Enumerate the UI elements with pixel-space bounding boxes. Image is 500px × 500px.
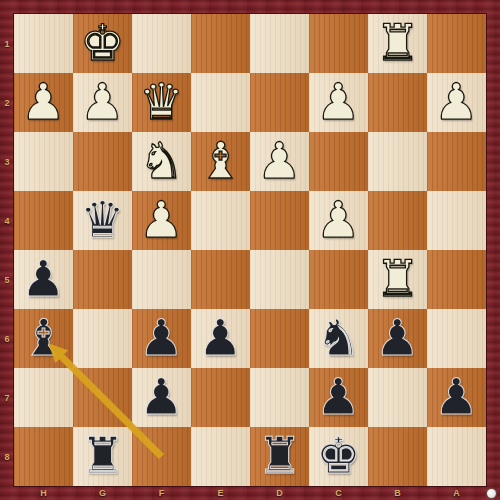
piece-black-pawn[interactable]: ♟ bbox=[139, 368, 184, 427]
piece-white-rook[interactable]: ♜ bbox=[375, 14, 420, 73]
square-c2[interactable]: ♟ bbox=[309, 73, 368, 132]
square-d2[interactable] bbox=[250, 73, 309, 132]
square-g8[interactable]: ♜ bbox=[73, 427, 132, 486]
square-c7[interactable]: ♟ bbox=[309, 368, 368, 427]
square-h7[interactable] bbox=[14, 368, 73, 427]
square-a5[interactable] bbox=[427, 250, 486, 309]
rank-label-5: 5 bbox=[0, 275, 14, 285]
rank-label-7: 7 bbox=[0, 393, 14, 403]
square-e4[interactable] bbox=[191, 191, 250, 250]
square-e6[interactable]: ♟ bbox=[191, 309, 250, 368]
square-c5[interactable] bbox=[309, 250, 368, 309]
square-h4[interactable] bbox=[14, 191, 73, 250]
square-a3[interactable] bbox=[427, 132, 486, 191]
square-b2[interactable] bbox=[368, 73, 427, 132]
piece-black-pawn[interactable]: ♟ bbox=[434, 368, 479, 427]
file-label-f: F bbox=[132, 487, 191, 500]
piece-white-pawn[interactable]: ♟ bbox=[316, 191, 361, 250]
square-b7[interactable] bbox=[368, 368, 427, 427]
square-e2[interactable] bbox=[191, 73, 250, 132]
square-h8[interactable] bbox=[14, 427, 73, 486]
piece-white-pawn[interactable]: ♟ bbox=[21, 73, 66, 132]
square-f6[interactable]: ♟ bbox=[132, 309, 191, 368]
piece-white-king[interactable]: ♚ bbox=[80, 14, 125, 73]
piece-black-knight[interactable]: ♞ bbox=[316, 309, 361, 368]
square-g6[interactable] bbox=[73, 309, 132, 368]
square-e3[interactable]: ♝ bbox=[191, 132, 250, 191]
square-f2[interactable]: ♛ bbox=[132, 73, 191, 132]
square-h2[interactable]: ♟ bbox=[14, 73, 73, 132]
square-g7[interactable] bbox=[73, 368, 132, 427]
square-f4[interactable]: ♟ bbox=[132, 191, 191, 250]
square-d6[interactable] bbox=[250, 309, 309, 368]
square-d7[interactable] bbox=[250, 368, 309, 427]
square-b5[interactable]: ♜ bbox=[368, 250, 427, 309]
square-e1[interactable] bbox=[191, 14, 250, 73]
square-a7[interactable]: ♟ bbox=[427, 368, 486, 427]
square-b8[interactable] bbox=[368, 427, 427, 486]
piece-white-queen[interactable]: ♛ bbox=[139, 73, 184, 132]
square-h3[interactable] bbox=[14, 132, 73, 191]
piece-black-pawn[interactable]: ♟ bbox=[198, 309, 243, 368]
square-g1[interactable]: ♚ bbox=[73, 14, 132, 73]
piece-black-queen[interactable]: ♛ bbox=[80, 191, 125, 250]
square-c1[interactable] bbox=[309, 14, 368, 73]
square-d8[interactable]: ♜ bbox=[250, 427, 309, 486]
square-a2[interactable]: ♟ bbox=[427, 73, 486, 132]
piece-white-knight[interactable]: ♞ bbox=[139, 132, 184, 191]
file-label-c: C bbox=[309, 487, 368, 500]
square-e8[interactable] bbox=[191, 427, 250, 486]
square-d4[interactable] bbox=[250, 191, 309, 250]
white-to-move-indicator bbox=[487, 489, 496, 498]
square-b4[interactable] bbox=[368, 191, 427, 250]
square-g4[interactable]: ♛ bbox=[73, 191, 132, 250]
piece-black-pawn[interactable]: ♟ bbox=[21, 250, 66, 309]
square-g2[interactable]: ♟ bbox=[73, 73, 132, 132]
square-c3[interactable] bbox=[309, 132, 368, 191]
rank-label-6: 6 bbox=[0, 334, 14, 344]
square-d5[interactable] bbox=[250, 250, 309, 309]
file-label-d: D bbox=[250, 487, 309, 500]
rank-label-4: 4 bbox=[0, 216, 14, 226]
square-c4[interactable]: ♟ bbox=[309, 191, 368, 250]
rank-label-8: 8 bbox=[0, 452, 14, 462]
piece-white-rook[interactable]: ♜ bbox=[375, 250, 420, 309]
square-g5[interactable] bbox=[73, 250, 132, 309]
piece-black-rook[interactable]: ♜ bbox=[80, 427, 125, 486]
square-h6[interactable]: ♝ bbox=[14, 309, 73, 368]
file-label-g: G bbox=[73, 487, 132, 500]
piece-white-pawn[interactable]: ♟ bbox=[80, 73, 125, 132]
square-c8[interactable]: ♚ bbox=[309, 427, 368, 486]
piece-black-pawn[interactable]: ♟ bbox=[375, 309, 420, 368]
board-frame: ♚♜♟♟♛♟♟♞♝♟♛♟♟♟♜♝♟♟♞♟♟♟♟♜♜♚ 12345678HGFED… bbox=[0, 0, 500, 500]
square-a6[interactable] bbox=[427, 309, 486, 368]
square-d1[interactable] bbox=[250, 14, 309, 73]
square-e5[interactable] bbox=[191, 250, 250, 309]
square-c6[interactable]: ♞ bbox=[309, 309, 368, 368]
piece-white-bishop[interactable]: ♝ bbox=[198, 132, 243, 191]
rank-label-3: 3 bbox=[0, 157, 14, 167]
square-f1[interactable] bbox=[132, 14, 191, 73]
square-a4[interactable] bbox=[427, 191, 486, 250]
square-b3[interactable] bbox=[368, 132, 427, 191]
piece-black-king[interactable]: ♚ bbox=[316, 427, 361, 486]
square-a1[interactable] bbox=[427, 14, 486, 73]
file-label-b: B bbox=[368, 487, 427, 500]
piece-white-pawn[interactable]: ♟ bbox=[434, 73, 479, 132]
square-g3[interactable] bbox=[73, 132, 132, 191]
rank-label-1: 1 bbox=[0, 39, 14, 49]
file-label-e: E bbox=[191, 487, 250, 500]
piece-white-pawn[interactable]: ♟ bbox=[316, 73, 361, 132]
square-d3[interactable]: ♟ bbox=[250, 132, 309, 191]
square-b1[interactable]: ♜ bbox=[368, 14, 427, 73]
file-label-h: H bbox=[14, 487, 73, 500]
square-f5[interactable] bbox=[132, 250, 191, 309]
square-f3[interactable]: ♞ bbox=[132, 132, 191, 191]
square-e7[interactable] bbox=[191, 368, 250, 427]
piece-black-pawn[interactable]: ♟ bbox=[139, 309, 184, 368]
square-a8[interactable] bbox=[427, 427, 486, 486]
square-b6[interactable]: ♟ bbox=[368, 309, 427, 368]
piece-black-bishop[interactable]: ♝ bbox=[21, 309, 66, 368]
rank-label-2: 2 bbox=[0, 98, 14, 108]
piece-black-rook[interactable]: ♜ bbox=[257, 427, 302, 486]
square-f7[interactable]: ♟ bbox=[132, 368, 191, 427]
square-f8[interactable] bbox=[132, 427, 191, 486]
piece-black-pawn[interactable]: ♟ bbox=[316, 368, 361, 427]
piece-white-pawn[interactable]: ♟ bbox=[257, 132, 302, 191]
square-h1[interactable] bbox=[14, 14, 73, 73]
file-label-a: A bbox=[427, 487, 486, 500]
chess-board: ♚♜♟♟♛♟♟♞♝♟♛♟♟♟♜♝♟♟♞♟♟♟♟♜♜♚ bbox=[14, 14, 486, 486]
piece-white-pawn[interactable]: ♟ bbox=[139, 191, 184, 250]
square-h5[interactable]: ♟ bbox=[14, 250, 73, 309]
